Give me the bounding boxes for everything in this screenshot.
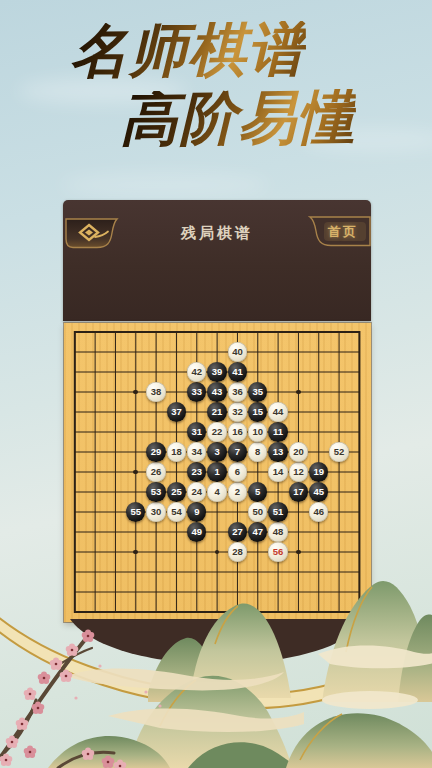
stone-7[interactable]: 7 xyxy=(228,442,247,461)
stone-1[interactable]: 1 xyxy=(207,462,226,481)
stone-46[interactable]: 46 xyxy=(309,502,328,521)
stone-14[interactable]: 14 xyxy=(268,462,287,481)
stone-5[interactable]: 5 xyxy=(248,482,267,501)
stone-38[interactable]: 38 xyxy=(146,382,165,401)
stone-26[interactable]: 26 xyxy=(146,462,165,481)
stone-44[interactable]: 44 xyxy=(268,402,287,421)
stone-56[interactable]: 56 xyxy=(268,542,287,561)
board-shadow-arc xyxy=(0,612,432,708)
stone-16[interactable]: 16 xyxy=(228,422,247,441)
stone-15[interactable]: 15 xyxy=(248,402,267,421)
gomoku-board[interactable]: 1234567891011121314151617181920212223242… xyxy=(64,323,371,622)
stone-32[interactable]: 32 xyxy=(228,402,247,421)
stone-12[interactable]: 12 xyxy=(289,462,308,481)
clouds-illustration xyxy=(66,646,432,733)
stone-49[interactable]: 49 xyxy=(187,522,206,541)
stone-21[interactable]: 21 xyxy=(207,402,226,421)
stone-40[interactable]: 40 xyxy=(228,342,247,361)
stone-50[interactable]: 50 xyxy=(248,502,267,521)
star-point xyxy=(296,550,301,555)
stone-28[interactable]: 28 xyxy=(228,542,247,561)
plum-blossom-branch xyxy=(0,630,162,768)
stone-54[interactable]: 54 xyxy=(167,502,186,521)
stone-52[interactable]: 52 xyxy=(329,442,348,461)
stone-37[interactable]: 37 xyxy=(167,402,186,421)
stone-43[interactable]: 43 xyxy=(207,382,226,401)
stone-6[interactable]: 6 xyxy=(228,462,247,481)
star-point xyxy=(133,470,138,475)
stone-24[interactable]: 24 xyxy=(187,482,206,501)
stone-31[interactable]: 31 xyxy=(187,422,206,441)
stone-19[interactable]: 19 xyxy=(309,462,328,481)
stone-9[interactable]: 9 xyxy=(187,502,206,521)
cloud-decoration xyxy=(60,172,270,198)
stone-11[interactable]: 11 xyxy=(268,422,287,441)
stone-25[interactable]: 25 xyxy=(167,482,186,501)
stone-53[interactable]: 53 xyxy=(146,482,165,501)
star-point xyxy=(215,550,220,555)
stone-34[interactable]: 34 xyxy=(187,442,206,461)
stones-layer: 1234567891011121314151617181920212223242… xyxy=(64,323,371,622)
home-button[interactable]: 首页 xyxy=(308,216,371,247)
stone-8[interactable]: 8 xyxy=(248,442,267,461)
star-point xyxy=(133,390,138,395)
stone-22[interactable]: 22 xyxy=(207,422,226,441)
stone-20[interactable]: 20 xyxy=(289,442,308,461)
stone-17[interactable]: 17 xyxy=(289,482,308,501)
stone-51[interactable]: 51 xyxy=(268,502,287,521)
stone-4[interactable]: 4 xyxy=(207,482,226,501)
home-button-label: 首页 xyxy=(328,223,358,241)
stone-33[interactable]: 33 xyxy=(187,382,206,401)
stone-23[interactable]: 23 xyxy=(187,462,206,481)
stone-35[interactable]: 35 xyxy=(248,382,267,401)
stone-47[interactable]: 47 xyxy=(248,522,267,541)
stone-27[interactable]: 27 xyxy=(228,522,247,541)
stone-42[interactable]: 42 xyxy=(187,362,206,381)
stone-30[interactable]: 30 xyxy=(146,502,165,521)
stone-29[interactable]: 29 xyxy=(146,442,165,461)
stone-39[interactable]: 39 xyxy=(207,362,226,381)
header-panel: 残局棋谱 首页 xyxy=(63,200,371,321)
stone-10[interactable]: 10 xyxy=(248,422,267,441)
stone-3[interactable]: 3 xyxy=(207,442,226,461)
stone-55[interactable]: 55 xyxy=(126,502,145,521)
cloud-decoration xyxy=(18,78,188,104)
stone-45[interactable]: 45 xyxy=(309,482,328,501)
star-point xyxy=(133,550,138,555)
stone-2[interactable]: 2 xyxy=(228,482,247,501)
star-point xyxy=(296,390,301,395)
cloud-decoration xyxy=(300,128,432,152)
stone-48[interactable]: 48 xyxy=(268,522,287,541)
hero-line-1: 名师棋谱 xyxy=(70,21,307,81)
stone-18[interactable]: 18 xyxy=(167,442,186,461)
app-screen: 名师棋谱 高阶易懂 残局棋谱 首 xyxy=(0,0,432,768)
stone-13[interactable]: 13 xyxy=(268,442,287,461)
stone-36[interactable]: 36 xyxy=(228,382,247,401)
stone-41[interactable]: 41 xyxy=(228,362,247,381)
blossom-flowers xyxy=(0,630,162,768)
